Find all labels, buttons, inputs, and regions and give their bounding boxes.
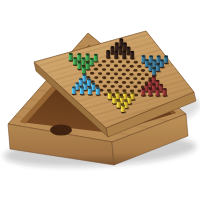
- board-hole: [99, 80, 103, 83]
- board-hole: [137, 81, 141, 84]
- board-hole: [134, 61, 138, 64]
- board-hole: [122, 89, 126, 92]
- product-photo-chinese-checkers: [0, 0, 200, 200]
- board-hole: [122, 73, 126, 76]
- board-hole: [130, 81, 134, 84]
- board-hole: [114, 64, 118, 67]
- board-hole: [141, 77, 145, 80]
- board-hole: [126, 77, 130, 80]
- board-hole: [90, 72, 94, 75]
- board-hole: [114, 81, 118, 84]
- board-hole: [103, 85, 107, 88]
- board-hole: [122, 81, 126, 84]
- board-hole: [104, 93, 108, 96]
- board-hole: [126, 85, 130, 88]
- board-hole: [106, 64, 110, 67]
- board-hole: [122, 65, 126, 68]
- board-hole: [91, 80, 95, 83]
- board-hole: [133, 85, 137, 88]
- board-hole: [98, 64, 102, 67]
- board-hole: [141, 69, 145, 72]
- board-hole: [94, 76, 98, 79]
- board-hole: [110, 77, 114, 80]
- finger-notch: [50, 125, 72, 136]
- board-hole: [137, 65, 141, 68]
- board-hole: [118, 60, 122, 63]
- board-hole: [133, 77, 137, 80]
- board-hole: [110, 68, 114, 71]
- board-hole: [137, 73, 141, 76]
- board-hole: [111, 85, 115, 88]
- board-hole: [102, 68, 106, 71]
- board-hole: [94, 68, 98, 71]
- board-hole: [118, 77, 122, 80]
- board-hole: [114, 73, 118, 76]
- board-hole: [118, 85, 122, 88]
- board-hole: [130, 65, 134, 68]
- board-hole: [126, 61, 130, 64]
- board-hole: [102, 76, 106, 79]
- board-hole: [133, 69, 137, 72]
- board-hole: [102, 60, 106, 63]
- board-hole: [118, 69, 122, 72]
- board-hole: [110, 60, 114, 63]
- board-hole: [145, 73, 149, 76]
- board-hole: [137, 90, 141, 93]
- board-hole: [106, 72, 110, 75]
- board-hole: [98, 72, 102, 75]
- scene-svg: [0, 0, 200, 200]
- board-hole: [129, 73, 133, 76]
- board-hole: [126, 69, 130, 72]
- board-hole: [106, 81, 110, 84]
